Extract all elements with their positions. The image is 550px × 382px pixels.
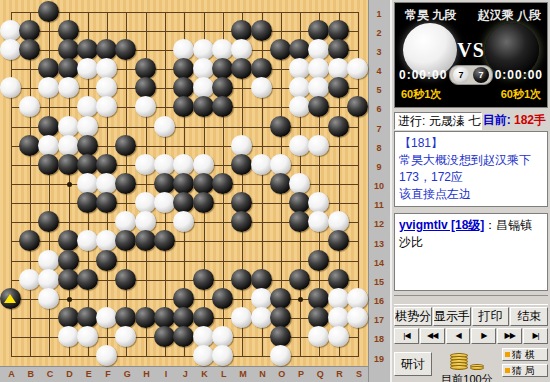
board-point-L8: [213, 136, 232, 155]
column-label-D: D: [59, 369, 79, 379]
guess-button-猜 棋[interactable]: 猜 棋: [502, 348, 548, 361]
board-point-C2: [40, 21, 59, 40]
board-point-K18: [194, 328, 213, 347]
board-point-L2: [213, 21, 232, 40]
white-stone: [135, 96, 156, 117]
board-point-B3: [20, 40, 39, 59]
board-point-E7: [78, 117, 97, 136]
hoshi-dot: [298, 297, 303, 302]
black-byoyomi: 60秒1次: [501, 87, 541, 102]
board-point-O3: [271, 40, 290, 59]
nav-fast-forward-button[interactable]: ▶▶: [497, 328, 522, 344]
black-stone: [251, 20, 272, 41]
black-stone: [58, 230, 79, 251]
white-stone: [231, 39, 252, 60]
board-point-F14: [97, 251, 116, 270]
row-label-2: 2: [369, 28, 389, 38]
black-stone: [193, 192, 214, 213]
board-point-Q10: [310, 174, 329, 193]
white-stone: [96, 96, 117, 117]
board-point-P6: [290, 98, 309, 117]
board-point-E11: [78, 194, 97, 213]
board-point-G2: [117, 21, 136, 40]
black-stone: [173, 173, 194, 194]
commentary-move-tag: 【181】: [399, 135, 543, 152]
board-point-N14: [252, 251, 271, 270]
board-point-M4: [233, 59, 252, 78]
column-coordinates: ABCDEFGHIJKLMNOPQRS: [0, 366, 368, 382]
board-point-P7: [290, 117, 309, 136]
board-point-O2: [271, 21, 290, 40]
white-stone: [19, 96, 40, 117]
white-stone: [96, 230, 117, 251]
discuss-button[interactable]: 研讨: [394, 352, 432, 376]
board-point-B10: [20, 174, 39, 193]
board-point-N19: [252, 347, 271, 366]
board-point-E17: [78, 309, 97, 328]
column-label-I: I: [156, 369, 176, 379]
white-stone: [193, 345, 214, 366]
white-stone: [193, 326, 214, 347]
row-label-4: 4: [369, 66, 389, 76]
board-point-H14: [136, 251, 155, 270]
board-point-M6: [233, 98, 252, 117]
board-point-S11: [348, 194, 367, 213]
black-stone: [308, 20, 329, 41]
white-stone: [193, 39, 214, 60]
black-stone: [328, 230, 349, 251]
white-stone: [135, 154, 156, 175]
black-stone: [231, 211, 252, 232]
white-stone: [270, 154, 291, 175]
white-stone: [347, 58, 368, 79]
board-point-O18: [271, 328, 290, 347]
row-label-7: 7: [369, 124, 389, 134]
black-stone: [58, 58, 79, 79]
board-point-B7: [20, 117, 39, 136]
board-point-N13: [252, 232, 271, 251]
board-point-B14: [20, 251, 39, 270]
nav-first-move-button[interactable]: |◀: [394, 328, 419, 344]
board-point-M17: [233, 309, 252, 328]
board-point-R5: [329, 79, 348, 98]
board-point-J10: [175, 174, 194, 193]
white-stone: [38, 77, 59, 98]
board-point-N12: [252, 213, 271, 232]
board-point-K5: [194, 79, 213, 98]
board-point-A3: [1, 40, 20, 59]
black-stone: [77, 269, 98, 290]
board-point-N4: [252, 59, 271, 78]
board-point-Q9: [310, 155, 329, 174]
white-stone: [96, 77, 117, 98]
board-point-R17: [329, 309, 348, 328]
black-stone: [19, 20, 40, 41]
board-point-E8: [78, 136, 97, 155]
white-stone: [308, 135, 329, 156]
white-stone: [231, 307, 252, 328]
black-stone: [231, 192, 252, 213]
board-point-P1: [290, 2, 309, 21]
board-point-K19: [194, 347, 213, 366]
board-point-G4: [117, 59, 136, 78]
board-point-L4: [213, 59, 232, 78]
board-point-A10: [1, 174, 20, 193]
black-stone: [38, 154, 59, 175]
black-stone: [270, 116, 291, 137]
board-point-I15: [155, 270, 174, 289]
board-point-P8: [290, 136, 309, 155]
board-point-R8: [329, 136, 348, 155]
board-point-A11: [1, 194, 20, 213]
board-point-D1: [59, 2, 78, 21]
board-point-B11: [20, 194, 39, 213]
row-label-16: 16: [369, 296, 389, 306]
board-point-R12: [329, 213, 348, 232]
white-stone: [154, 154, 175, 175]
board-point-S4: [348, 59, 367, 78]
board-point-F5: [97, 79, 116, 98]
board-point-B8: [20, 136, 39, 155]
black-stone: [270, 39, 291, 60]
board-point-K7: [194, 117, 213, 136]
board-point-A16: [1, 289, 20, 308]
column-label-F: F: [98, 369, 118, 379]
board-point-R18: [329, 328, 348, 347]
board-point-I8: [155, 136, 174, 155]
board-point-K14: [194, 251, 213, 270]
board-point-S3: [348, 40, 367, 59]
board-point-S16: [348, 289, 367, 308]
board-point-S15: [348, 270, 367, 289]
board-point-K11: [194, 194, 213, 213]
board-point-G7: [117, 117, 136, 136]
row-label-10: 10: [369, 181, 389, 191]
board-point-D16: [59, 289, 78, 308]
board-point-B1: [20, 2, 39, 21]
board-point-M12: [233, 213, 252, 232]
black-stone: [289, 192, 310, 213]
board-point-N8: [252, 136, 271, 155]
board-point-I5: [155, 79, 174, 98]
board-point-E12: [78, 213, 97, 232]
white-stone: [96, 345, 117, 366]
board-point-F11: [97, 194, 116, 213]
board-point-R14: [329, 251, 348, 270]
board-point-R6: [329, 98, 348, 117]
board-point-E1: [78, 2, 97, 21]
board-point-F10: [97, 174, 116, 193]
board-point-I16: [155, 289, 174, 308]
status-bar: 进行: 元晟溱 七段 目前: 182手: [394, 111, 548, 130]
board-point-K16: [194, 289, 213, 308]
black-stone: [77, 39, 98, 60]
white-stone: [347, 307, 368, 328]
board-point-A18: [1, 328, 20, 347]
board-point-S17: [348, 309, 367, 328]
white-stone: [58, 77, 79, 98]
board-point-K17: [194, 309, 213, 328]
board-point-G1: [117, 2, 136, 21]
white-clock: 0:00:00: [399, 68, 447, 82]
board-point-E16: [78, 289, 97, 308]
board-point-P11: [290, 194, 309, 213]
board-point-L16: [213, 289, 232, 308]
board-point-O15: [271, 270, 290, 289]
row-label-13: 13: [369, 239, 389, 249]
board-point-Q14: [310, 251, 329, 270]
black-stone: [193, 307, 214, 328]
board-point-M10: [233, 174, 252, 193]
column-label-P: P: [291, 369, 311, 379]
board-point-I1: [155, 2, 174, 21]
toolbar-button-打印[interactable]: 打印: [472, 307, 510, 326]
nav-fast-back-button[interactable]: ◀◀: [420, 328, 445, 344]
row-label-3: 3: [369, 47, 389, 57]
toolbar-button-棋势分析[interactable]: 棋势分析: [394, 307, 432, 326]
white-stone: [231, 135, 252, 156]
board-point-B16: [20, 289, 39, 308]
toolbar-button-结束[interactable]: 结束: [510, 307, 548, 326]
white-stone: [193, 154, 214, 175]
white-stone: [193, 58, 214, 79]
board-point-C7: [40, 117, 59, 136]
board-point-G9: [117, 155, 136, 174]
board-point-E5: [78, 79, 97, 98]
board-point-H10: [136, 174, 155, 193]
board-point-Q17: [310, 309, 329, 328]
board-point-N9: [252, 155, 271, 174]
board-point-I11: [155, 194, 174, 213]
board-point-S14: [348, 251, 367, 270]
commentator-field: 进行: 元晟溱 七段: [394, 112, 482, 130]
board-point-C9: [40, 155, 59, 174]
white-stone: [96, 58, 117, 79]
black-stone: [58, 20, 79, 41]
board-point-G12: [117, 213, 136, 232]
board-point-R7: [329, 117, 348, 136]
board-point-I17: [155, 309, 174, 328]
white-stone: [308, 39, 329, 60]
black-stone: [270, 173, 291, 194]
white-stone: [77, 58, 98, 79]
board-point-E3: [78, 40, 97, 59]
board-point-Q3: [310, 40, 329, 59]
board-point-C15: [40, 270, 59, 289]
separator: [394, 295, 548, 305]
board-point-L5: [213, 79, 232, 98]
board-point-E9: [78, 155, 97, 174]
board-point-I9: [155, 155, 174, 174]
board-point-P14: [290, 251, 309, 270]
black-stone: [173, 58, 194, 79]
board-point-K9: [194, 155, 213, 174]
white-stone: [38, 269, 59, 290]
board-point-M3: [233, 40, 252, 59]
black-stone: [77, 307, 98, 328]
chat-user-link[interactable]: yvigmtlv [18级]: [399, 218, 484, 232]
white-stone: [38, 288, 59, 309]
board-point-L13: [213, 232, 232, 251]
row-label-6: 6: [369, 104, 389, 114]
board-point-B5: [20, 79, 39, 98]
board-point-B17: [20, 309, 39, 328]
board-point-F19: [97, 347, 116, 366]
board-point-C11: [40, 194, 59, 213]
board-point-M9: [233, 155, 252, 174]
white-stone: [77, 173, 98, 194]
white-stone: [308, 326, 329, 347]
board-point-L1: [213, 2, 232, 21]
black-stone: [289, 269, 310, 290]
board-point-B12: [20, 213, 39, 232]
row-label-9: 9: [369, 162, 389, 172]
board-point-H2: [136, 21, 155, 40]
black-stone: [289, 39, 310, 60]
board-point-G6: [117, 98, 136, 117]
board-point-S9: [348, 155, 367, 174]
board-point-R3: [329, 40, 348, 59]
goban: [0, 0, 368, 366]
board-point-R10: [329, 174, 348, 193]
board-point-P16: [290, 289, 309, 308]
commentary-line: 该直接点左边: [399, 186, 543, 203]
board-point-R4: [329, 59, 348, 78]
board-point-A6: [1, 98, 20, 117]
black-stone: [308, 250, 329, 271]
black-stone: [135, 77, 156, 98]
hoshi-dot: [67, 182, 72, 187]
black-stone: [154, 173, 175, 194]
chat-box: yvigmtlv [18级]：昌镉镇沙比: [394, 213, 548, 291]
board-point-N15: [252, 270, 271, 289]
board-point-R13: [329, 232, 348, 251]
black-stone: [347, 96, 368, 117]
board-point-G13: [117, 232, 136, 251]
board-point-D11: [59, 194, 78, 213]
board-point-R19: [329, 347, 348, 366]
board-point-P18: [290, 328, 309, 347]
board-point-B6: [20, 98, 39, 117]
board-point-J19: [175, 347, 194, 366]
board-point-F18: [97, 328, 116, 347]
board-point-B2: [20, 21, 39, 40]
board-point-I14: [155, 251, 174, 270]
white-byoyomi: 60秒1次: [401, 87, 441, 102]
toolbar-button-显示手数[interactable]: 显示手数: [433, 307, 471, 326]
white-stone: [308, 77, 329, 98]
board-point-J16: [175, 289, 194, 308]
white-stone: [58, 135, 79, 156]
board-point-Q5: [310, 79, 329, 98]
board-point-F1: [97, 2, 116, 21]
board-point-G8: [117, 136, 136, 155]
black-stone: [154, 307, 175, 328]
column-label-J: J: [175, 369, 195, 379]
board-point-D17: [59, 309, 78, 328]
white-stone: [328, 307, 349, 328]
board-point-J3: [175, 40, 194, 59]
board-point-J18: [175, 328, 194, 347]
black-stone: [135, 307, 156, 328]
board-point-D6: [59, 98, 78, 117]
board-grid: [1, 2, 368, 366]
nav-last-move-button[interactable]: ▶|: [523, 328, 548, 344]
board-point-K15: [194, 270, 213, 289]
board-point-N18: [252, 328, 271, 347]
board-point-O16: [271, 289, 290, 308]
board-point-B4: [20, 59, 39, 78]
board-point-N16: [252, 289, 271, 308]
board-point-L12: [213, 213, 232, 232]
board-point-Q15: [310, 270, 329, 289]
white-stone: [289, 77, 310, 98]
board-point-L19: [213, 347, 232, 366]
black-stone: [154, 230, 175, 251]
board-point-I13: [155, 232, 174, 251]
board-point-J2: [175, 21, 194, 40]
board-point-D12: [59, 213, 78, 232]
board-point-H1: [136, 2, 155, 21]
board-point-L6: [213, 98, 232, 117]
black-stone: [135, 58, 156, 79]
nav-back-button[interactable]: ◀: [446, 328, 471, 344]
white-stone: [173, 211, 194, 232]
board-point-A17: [1, 309, 20, 328]
board-point-E15: [78, 270, 97, 289]
black-stone: [328, 77, 349, 98]
board-point-H9: [136, 155, 155, 174]
black-stone: [58, 307, 79, 328]
white-stone: [212, 39, 233, 60]
board-point-N17: [252, 309, 271, 328]
white-stone: [96, 307, 117, 328]
chat-separator: ：: [484, 218, 496, 232]
board-point-D2: [59, 21, 78, 40]
board-point-Q2: [310, 21, 329, 40]
board-point-A8: [1, 136, 20, 155]
board-point-J9: [175, 155, 194, 174]
nav-forward-button[interactable]: ▶: [471, 328, 496, 344]
black-clock: 0:00:00: [495, 68, 543, 82]
white-stone: [0, 20, 21, 41]
board-point-S18: [348, 328, 367, 347]
white-stone: [77, 96, 98, 117]
guess-button-猜 局[interactable]: 猜 局: [502, 364, 548, 377]
board-point-S6: [348, 98, 367, 117]
black-stone: [96, 250, 117, 271]
board-point-O10: [271, 174, 290, 193]
board-point-A13: [1, 232, 20, 251]
board-area: 12345678910111213141516171819 ABCDEFGHIJ…: [0, 0, 390, 382]
board-point-E13: [78, 232, 97, 251]
board-point-M1: [233, 2, 252, 21]
board-point-P10: [290, 174, 309, 193]
board-point-K10: [194, 174, 213, 193]
column-label-L: L: [214, 369, 234, 379]
board-point-C10: [40, 174, 59, 193]
board-point-C13: [40, 232, 59, 251]
board-point-N11: [252, 194, 271, 213]
black-stone: [77, 192, 98, 213]
black-stone: [173, 192, 194, 213]
black-stone: [115, 39, 136, 60]
board-point-H5: [136, 79, 155, 98]
black-stone: [270, 307, 291, 328]
board-point-N6: [252, 98, 271, 117]
black-stone: [115, 230, 136, 251]
board-point-M5: [233, 79, 252, 98]
